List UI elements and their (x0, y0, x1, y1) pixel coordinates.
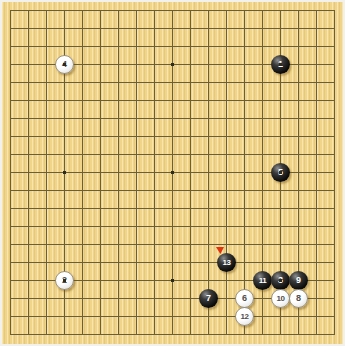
intersection[interactable] (236, 254, 254, 272)
intersection[interactable] (56, 200, 74, 218)
intersection[interactable] (254, 308, 272, 326)
intersection[interactable] (218, 110, 236, 128)
intersection[interactable] (254, 38, 272, 56)
intersection[interactable] (74, 56, 92, 74)
intersection[interactable] (290, 2, 308, 20)
intersection[interactable] (326, 200, 344, 218)
intersection[interactable] (164, 110, 182, 128)
intersection[interactable] (272, 110, 290, 128)
intersection[interactable] (92, 146, 110, 164)
intersection[interactable] (272, 254, 290, 272)
intersection[interactable] (272, 236, 290, 254)
intersection[interactable] (74, 74, 92, 92)
intersection[interactable] (128, 218, 146, 236)
intersection[interactable] (2, 92, 20, 110)
intersection[interactable] (218, 20, 236, 38)
intersection[interactable] (38, 56, 56, 74)
intersection[interactable] (146, 2, 164, 20)
intersection[interactable] (308, 308, 326, 326)
intersection[interactable] (290, 110, 308, 128)
intersection[interactable] (200, 56, 218, 74)
intersection[interactable] (200, 38, 218, 56)
intersection[interactable] (56, 308, 74, 326)
intersection[interactable] (38, 272, 56, 290)
intersection[interactable] (38, 218, 56, 236)
intersection[interactable] (74, 110, 92, 128)
intersection[interactable] (92, 74, 110, 92)
intersection[interactable] (236, 200, 254, 218)
intersection[interactable] (326, 254, 344, 272)
intersection[interactable] (74, 182, 92, 200)
intersection[interactable] (92, 110, 110, 128)
intersection[interactable] (218, 128, 236, 146)
intersection[interactable] (20, 290, 38, 308)
intersection[interactable] (92, 200, 110, 218)
intersection[interactable] (164, 74, 182, 92)
intersection[interactable] (20, 92, 38, 110)
intersection[interactable] (164, 290, 182, 308)
intersection[interactable] (254, 146, 272, 164)
intersection[interactable] (38, 254, 56, 272)
intersection[interactable] (146, 110, 164, 128)
intersection[interactable] (92, 56, 110, 74)
intersection[interactable] (2, 128, 20, 146)
intersection[interactable] (236, 56, 254, 74)
intersection[interactable] (308, 164, 326, 182)
intersection[interactable] (326, 146, 344, 164)
intersection[interactable] (128, 326, 146, 344)
intersection[interactable] (326, 128, 344, 146)
intersection[interactable] (20, 272, 38, 290)
intersection[interactable] (290, 164, 308, 182)
intersection[interactable] (38, 164, 56, 182)
intersection[interactable] (290, 326, 308, 344)
intersection[interactable] (290, 56, 308, 74)
intersection[interactable]: 9 (290, 272, 308, 290)
intersection[interactable] (164, 254, 182, 272)
intersection[interactable] (2, 146, 20, 164)
intersection[interactable] (308, 92, 326, 110)
intersection[interactable] (254, 92, 272, 110)
intersection[interactable] (128, 2, 146, 20)
intersection[interactable] (110, 308, 128, 326)
intersection[interactable] (308, 236, 326, 254)
intersection[interactable] (146, 308, 164, 326)
intersection[interactable] (236, 236, 254, 254)
intersection[interactable] (326, 308, 344, 326)
intersection[interactable] (290, 74, 308, 92)
intersection[interactable] (2, 200, 20, 218)
intersection[interactable] (164, 20, 182, 38)
intersection[interactable] (326, 182, 344, 200)
intersection[interactable] (56, 290, 74, 308)
intersection[interactable] (38, 92, 56, 110)
intersection[interactable] (182, 146, 200, 164)
intersection[interactable] (200, 326, 218, 344)
intersection[interactable] (164, 128, 182, 146)
intersection[interactable] (20, 254, 38, 272)
intersection[interactable]: 11 (254, 272, 272, 290)
intersection[interactable] (272, 92, 290, 110)
intersection[interactable] (110, 92, 128, 110)
intersection[interactable] (272, 182, 290, 200)
intersection[interactable] (182, 164, 200, 182)
intersection[interactable] (110, 128, 128, 146)
intersection[interactable] (290, 308, 308, 326)
intersection[interactable] (110, 110, 128, 128)
intersection[interactable] (218, 290, 236, 308)
intersection[interactable] (236, 326, 254, 344)
intersection[interactable] (218, 38, 236, 56)
intersection[interactable] (74, 38, 92, 56)
intersection[interactable] (20, 164, 38, 182)
intersection[interactable] (38, 74, 56, 92)
intersection[interactable] (56, 128, 74, 146)
intersection[interactable] (308, 182, 326, 200)
intersection[interactable] (2, 236, 20, 254)
intersection[interactable] (2, 272, 20, 290)
intersection[interactable] (110, 326, 128, 344)
intersection[interactable] (272, 74, 290, 92)
intersection[interactable] (92, 218, 110, 236)
intersection[interactable] (92, 2, 110, 20)
intersection[interactable] (164, 182, 182, 200)
intersection[interactable] (272, 200, 290, 218)
intersection[interactable] (290, 182, 308, 200)
intersection[interactable] (2, 326, 20, 344)
intersection[interactable] (110, 164, 128, 182)
intersection[interactable] (20, 146, 38, 164)
intersection[interactable] (128, 92, 146, 110)
intersection[interactable] (218, 2, 236, 20)
intersection[interactable] (326, 38, 344, 56)
intersection[interactable] (290, 20, 308, 38)
intersection[interactable] (38, 110, 56, 128)
intersection[interactable] (38, 2, 56, 20)
intersection[interactable] (20, 38, 38, 56)
intersection[interactable] (110, 182, 128, 200)
intersection[interactable] (2, 74, 20, 92)
intersection[interactable] (128, 236, 146, 254)
intersection[interactable] (326, 2, 344, 20)
intersection[interactable] (182, 272, 200, 290)
intersection[interactable] (236, 182, 254, 200)
intersection[interactable] (2, 2, 20, 20)
intersection[interactable] (38, 236, 56, 254)
intersection[interactable] (308, 20, 326, 38)
intersection[interactable]: 6 (236, 290, 254, 308)
intersection[interactable] (2, 290, 20, 308)
intersection[interactable]: 12 (236, 308, 254, 326)
intersection[interactable] (74, 146, 92, 164)
intersection[interactable]: 13 (218, 254, 236, 272)
intersection[interactable] (92, 182, 110, 200)
intersection[interactable] (128, 272, 146, 290)
intersection[interactable] (92, 92, 110, 110)
intersection[interactable] (92, 128, 110, 146)
intersection[interactable] (272, 20, 290, 38)
intersection[interactable] (164, 92, 182, 110)
intersection[interactable] (254, 326, 272, 344)
intersection[interactable] (110, 146, 128, 164)
intersection[interactable] (326, 56, 344, 74)
intersection[interactable] (92, 20, 110, 38)
intersection[interactable] (38, 128, 56, 146)
intersection[interactable] (182, 38, 200, 56)
intersection[interactable] (38, 20, 56, 38)
intersection[interactable] (110, 20, 128, 38)
intersection[interactable] (254, 2, 272, 20)
intersection[interactable] (146, 290, 164, 308)
intersection[interactable] (164, 146, 182, 164)
intersection[interactable] (200, 110, 218, 128)
intersection[interactable] (290, 218, 308, 236)
intersection[interactable] (56, 236, 74, 254)
intersection[interactable] (20, 20, 38, 38)
intersection[interactable] (128, 182, 146, 200)
intersection[interactable]: 7 (200, 290, 218, 308)
intersection[interactable] (20, 308, 38, 326)
intersection[interactable] (2, 164, 20, 182)
intersection[interactable] (236, 2, 254, 20)
intersection[interactable] (290, 254, 308, 272)
intersection[interactable] (20, 2, 38, 20)
intersection[interactable] (146, 74, 164, 92)
intersection[interactable] (92, 236, 110, 254)
intersection[interactable] (110, 272, 128, 290)
intersection[interactable] (254, 74, 272, 92)
intersection[interactable] (110, 236, 128, 254)
intersection[interactable] (56, 2, 74, 20)
intersection[interactable] (146, 128, 164, 146)
intersection[interactable] (128, 38, 146, 56)
intersection[interactable] (146, 326, 164, 344)
intersection[interactable] (74, 218, 92, 236)
intersection[interactable] (74, 308, 92, 326)
intersection[interactable] (254, 128, 272, 146)
intersection[interactable] (74, 290, 92, 308)
intersection[interactable] (20, 74, 38, 92)
intersection[interactable] (290, 200, 308, 218)
intersection[interactable] (200, 182, 218, 200)
intersection[interactable] (38, 326, 56, 344)
intersection[interactable] (272, 128, 290, 146)
intersection[interactable] (272, 2, 290, 20)
intersection[interactable] (218, 146, 236, 164)
intersection[interactable] (308, 56, 326, 74)
intersection[interactable] (308, 290, 326, 308)
intersection[interactable] (92, 272, 110, 290)
intersection[interactable] (308, 326, 326, 344)
intersection[interactable] (56, 38, 74, 56)
intersection[interactable] (200, 254, 218, 272)
intersection[interactable] (182, 218, 200, 236)
intersection[interactable] (110, 38, 128, 56)
intersection[interactable] (110, 254, 128, 272)
intersection[interactable] (56, 182, 74, 200)
intersection[interactable] (236, 20, 254, 38)
intersection[interactable] (326, 110, 344, 128)
intersection[interactable] (110, 56, 128, 74)
intersection[interactable] (200, 200, 218, 218)
intersection[interactable] (182, 56, 200, 74)
intersection[interactable] (182, 326, 200, 344)
intersection[interactable] (92, 254, 110, 272)
intersection[interactable] (38, 200, 56, 218)
intersection[interactable] (182, 74, 200, 92)
intersection[interactable] (326, 20, 344, 38)
intersection[interactable] (92, 290, 110, 308)
intersection[interactable] (326, 326, 344, 344)
intersection[interactable] (326, 236, 344, 254)
intersection[interactable] (128, 74, 146, 92)
intersection[interactable] (20, 200, 38, 218)
intersection[interactable] (2, 20, 20, 38)
intersection[interactable] (236, 146, 254, 164)
intersection[interactable] (254, 218, 272, 236)
intersection[interactable] (74, 326, 92, 344)
intersection[interactable] (146, 164, 164, 182)
intersection[interactable]: 8 (290, 290, 308, 308)
intersection[interactable] (200, 128, 218, 146)
intersection[interactable] (308, 74, 326, 92)
intersection[interactable] (236, 110, 254, 128)
intersection[interactable] (182, 182, 200, 200)
intersection[interactable] (236, 218, 254, 236)
intersection[interactable] (200, 74, 218, 92)
intersection[interactable] (218, 164, 236, 182)
intersection[interactable] (272, 38, 290, 56)
intersection[interactable] (218, 326, 236, 344)
intersection[interactable] (182, 254, 200, 272)
intersection[interactable] (38, 182, 56, 200)
intersection[interactable] (74, 272, 92, 290)
intersection[interactable] (146, 20, 164, 38)
intersection[interactable] (128, 308, 146, 326)
intersection[interactable] (254, 182, 272, 200)
intersection[interactable] (182, 128, 200, 146)
intersection[interactable] (218, 182, 236, 200)
intersection[interactable] (128, 110, 146, 128)
intersection[interactable] (146, 56, 164, 74)
intersection[interactable] (272, 326, 290, 344)
intersection[interactable] (218, 200, 236, 218)
intersection[interactable] (182, 2, 200, 20)
intersection[interactable] (218, 92, 236, 110)
intersection[interactable] (200, 20, 218, 38)
intersection[interactable] (290, 92, 308, 110)
intersection[interactable] (308, 128, 326, 146)
intersection[interactable] (272, 308, 290, 326)
intersection[interactable] (38, 38, 56, 56)
intersection[interactable] (290, 236, 308, 254)
intersection[interactable] (74, 20, 92, 38)
intersection[interactable] (200, 236, 218, 254)
intersection[interactable] (38, 308, 56, 326)
intersection[interactable] (308, 110, 326, 128)
intersection[interactable] (254, 290, 272, 308)
intersection[interactable] (236, 92, 254, 110)
intersection[interactable] (146, 38, 164, 56)
intersection[interactable] (182, 20, 200, 38)
intersection[interactable] (92, 38, 110, 56)
intersection[interactable] (128, 20, 146, 38)
intersection[interactable] (200, 92, 218, 110)
intersection[interactable] (326, 290, 344, 308)
intersection[interactable] (2, 182, 20, 200)
intersection[interactable] (56, 146, 74, 164)
intersection[interactable] (128, 290, 146, 308)
intersection[interactable] (218, 272, 236, 290)
intersection[interactable] (20, 128, 38, 146)
intersection[interactable] (290, 146, 308, 164)
intersection[interactable] (146, 146, 164, 164)
intersection[interactable] (236, 128, 254, 146)
intersection[interactable] (128, 146, 146, 164)
intersection[interactable] (200, 308, 218, 326)
intersection[interactable] (2, 254, 20, 272)
intersection[interactable] (218, 218, 236, 236)
intersection[interactable] (92, 308, 110, 326)
intersection[interactable] (146, 92, 164, 110)
intersection[interactable] (164, 236, 182, 254)
intersection[interactable] (110, 290, 128, 308)
intersection[interactable] (326, 74, 344, 92)
intersection[interactable] (74, 200, 92, 218)
intersection[interactable] (326, 164, 344, 182)
intersection[interactable] (38, 146, 56, 164)
intersection[interactable] (146, 272, 164, 290)
intersection[interactable] (308, 254, 326, 272)
intersection[interactable] (110, 74, 128, 92)
intersection[interactable] (254, 164, 272, 182)
intersection[interactable] (110, 218, 128, 236)
intersection[interactable] (308, 272, 326, 290)
intersection[interactable] (56, 218, 74, 236)
intersection[interactable] (146, 200, 164, 218)
intersection[interactable] (20, 182, 38, 200)
intersection[interactable] (128, 56, 146, 74)
intersection[interactable] (2, 218, 20, 236)
intersection[interactable] (164, 200, 182, 218)
intersection[interactable] (56, 254, 74, 272)
intersection[interactable] (182, 92, 200, 110)
intersection[interactable] (20, 326, 38, 344)
intersection[interactable] (254, 254, 272, 272)
intersection[interactable] (128, 254, 146, 272)
intersection[interactable] (254, 56, 272, 74)
intersection[interactable] (308, 200, 326, 218)
intersection[interactable] (236, 272, 254, 290)
intersection[interactable] (74, 128, 92, 146)
intersection[interactable] (182, 200, 200, 218)
intersection[interactable] (2, 56, 20, 74)
intersection[interactable] (128, 128, 146, 146)
intersection[interactable] (146, 182, 164, 200)
intersection[interactable] (56, 92, 74, 110)
intersection[interactable] (326, 218, 344, 236)
intersection[interactable] (38, 290, 56, 308)
intersection[interactable] (290, 128, 308, 146)
intersection[interactable] (200, 164, 218, 182)
intersection[interactable] (308, 2, 326, 20)
intersection[interactable] (164, 2, 182, 20)
intersection[interactable] (20, 236, 38, 254)
intersection[interactable] (164, 218, 182, 236)
intersection[interactable] (74, 92, 92, 110)
intersection[interactable] (254, 20, 272, 38)
intersection[interactable] (182, 308, 200, 326)
